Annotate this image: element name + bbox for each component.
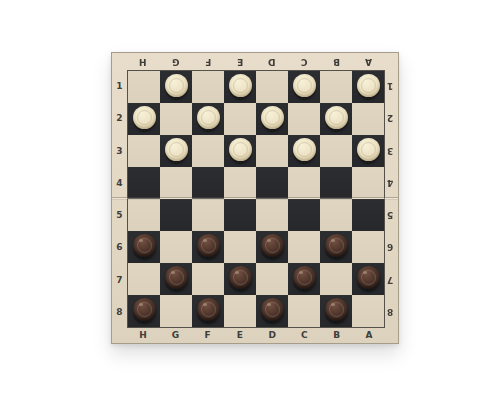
dark-checker-B8[interactable]	[325, 298, 348, 321]
square-C7[interactable]	[288, 263, 320, 295]
rank-label-left-4: 4	[112, 167, 127, 199]
square-B4[interactable]	[320, 167, 352, 199]
square-H4[interactable]	[128, 167, 160, 199]
square-F7[interactable]	[192, 263, 224, 295]
square-H2[interactable]	[128, 103, 160, 135]
square-A6[interactable]	[352, 231, 384, 263]
white-checker-F2[interactable]	[197, 106, 220, 129]
square-C3[interactable]	[288, 135, 320, 167]
rank-label-right-6: 6	[383, 231, 398, 263]
file-label-bottom-G: G	[159, 326, 191, 343]
file-label-bottom-B: B	[321, 326, 353, 343]
square-D5[interactable]	[256, 199, 288, 231]
square-F5[interactable]	[192, 199, 224, 231]
square-E1[interactable]	[224, 71, 256, 103]
square-C5[interactable]	[288, 199, 320, 231]
file-label-top-A: A	[353, 53, 385, 70]
square-B6[interactable]	[320, 231, 352, 263]
white-checker-E3[interactable]	[229, 138, 252, 161]
white-checker-D2[interactable]	[261, 106, 284, 129]
file-label-top-G: G	[159, 53, 191, 70]
square-D4[interactable]	[256, 167, 288, 199]
square-F4[interactable]	[192, 167, 224, 199]
square-A7[interactable]	[352, 263, 384, 295]
white-checker-H2[interactable]	[133, 106, 156, 129]
square-E2[interactable]	[224, 103, 256, 135]
dark-checker-C7[interactable]	[293, 266, 316, 289]
square-E6[interactable]	[224, 231, 256, 263]
square-A3[interactable]	[352, 135, 384, 167]
file-label-top-C: C	[288, 53, 320, 70]
square-B8[interactable]	[320, 295, 352, 327]
file-label-top-F: F	[192, 53, 224, 70]
file-label-bottom-E: E	[224, 326, 256, 343]
square-G8[interactable]	[160, 295, 192, 327]
square-F8[interactable]	[192, 295, 224, 327]
file-label-top-H: H	[127, 53, 159, 70]
square-H8[interactable]	[128, 295, 160, 327]
square-D3[interactable]	[256, 135, 288, 167]
dark-checker-A7[interactable]	[357, 266, 380, 289]
rank-labels-left: 12345678	[112, 70, 127, 328]
file-label-bottom-H: H	[127, 326, 159, 343]
square-G5[interactable]	[160, 199, 192, 231]
rank-label-right-4: 4	[383, 167, 398, 199]
square-B3[interactable]	[320, 135, 352, 167]
rank-label-left-8: 8	[112, 296, 127, 328]
rank-label-left-6: 6	[112, 231, 127, 263]
square-E8[interactable]	[224, 295, 256, 327]
square-E5[interactable]	[224, 199, 256, 231]
white-checker-A3[interactable]	[357, 138, 380, 161]
rank-label-left-7: 7	[112, 264, 127, 296]
rank-label-right-2: 2	[383, 102, 398, 134]
photo-background: HGFEDCBA HGFEDCBA 12345678 12345678	[0, 0, 500, 400]
rank-label-right-5: 5	[383, 199, 398, 231]
square-F3[interactable]	[192, 135, 224, 167]
rank-label-right-8: 8	[383, 296, 398, 328]
square-F1[interactable]	[192, 71, 224, 103]
square-E7[interactable]	[224, 263, 256, 295]
white-checker-G1[interactable]	[165, 74, 188, 97]
square-A1[interactable]	[352, 71, 384, 103]
rank-label-left-5: 5	[112, 199, 127, 231]
play-area	[127, 70, 385, 328]
dark-checker-D6[interactable]	[261, 234, 284, 257]
square-C1[interactable]	[288, 71, 320, 103]
dark-checker-H6[interactable]	[133, 234, 156, 257]
file-labels-top: HGFEDCBA	[127, 53, 385, 70]
file-label-bottom-A: A	[353, 326, 385, 343]
square-D7[interactable]	[256, 263, 288, 295]
file-label-top-B: B	[321, 53, 353, 70]
rank-label-left-2: 2	[112, 102, 127, 134]
dark-checker-F8[interactable]	[197, 298, 220, 321]
square-G2[interactable]	[160, 103, 192, 135]
square-C4[interactable]	[288, 167, 320, 199]
square-H3[interactable]	[128, 135, 160, 167]
white-checker-C1[interactable]	[293, 74, 316, 97]
dark-checker-F6[interactable]	[197, 234, 220, 257]
rank-labels-right: 12345678	[383, 70, 398, 328]
dark-checker-B6[interactable]	[325, 234, 348, 257]
square-H6[interactable]	[128, 231, 160, 263]
square-H1[interactable]	[128, 71, 160, 103]
file-label-bottom-C: C	[288, 326, 320, 343]
square-B2[interactable]	[320, 103, 352, 135]
white-checker-C3[interactable]	[293, 138, 316, 161]
white-checker-G3[interactable]	[165, 138, 188, 161]
square-A8[interactable]	[352, 295, 384, 327]
white-checker-A1[interactable]	[357, 74, 380, 97]
square-D2[interactable]	[256, 103, 288, 135]
square-G7[interactable]	[160, 263, 192, 295]
square-C6[interactable]	[288, 231, 320, 263]
square-F2[interactable]	[192, 103, 224, 135]
square-H7[interactable]	[128, 263, 160, 295]
square-B5[interactable]	[320, 199, 352, 231]
square-B7[interactable]	[320, 263, 352, 295]
rank-label-right-1: 1	[383, 70, 398, 102]
dark-checker-D8[interactable]	[261, 298, 284, 321]
square-G4[interactable]	[160, 167, 192, 199]
file-label-bottom-F: F	[192, 326, 224, 343]
square-C2[interactable]	[288, 103, 320, 135]
checkers-board: HGFEDCBA HGFEDCBA 12345678 12345678	[111, 52, 399, 344]
square-A4[interactable]	[352, 167, 384, 199]
square-F6[interactable]	[192, 231, 224, 263]
square-G6[interactable]	[160, 231, 192, 263]
file-label-bottom-D: D	[256, 326, 288, 343]
square-D8[interactable]	[256, 295, 288, 327]
rank-label-right-3: 3	[383, 135, 398, 167]
dark-checker-H8[interactable]	[133, 298, 156, 321]
square-D1[interactable]	[256, 71, 288, 103]
file-label-top-E: E	[224, 53, 256, 70]
dark-checker-G7[interactable]	[165, 266, 188, 289]
square-C8[interactable]	[288, 295, 320, 327]
dark-checker-E7[interactable]	[229, 266, 252, 289]
square-E3[interactable]	[224, 135, 256, 167]
square-A5[interactable]	[352, 199, 384, 231]
white-checker-B2[interactable]	[325, 106, 348, 129]
file-labels-bottom: HGFEDCBA	[127, 326, 385, 343]
square-B1[interactable]	[320, 71, 352, 103]
square-G3[interactable]	[160, 135, 192, 167]
square-E4[interactable]	[224, 167, 256, 199]
square-H5[interactable]	[128, 199, 160, 231]
square-A2[interactable]	[352, 103, 384, 135]
file-label-top-D: D	[256, 53, 288, 70]
rank-label-left-1: 1	[112, 70, 127, 102]
square-D6[interactable]	[256, 231, 288, 263]
square-G1[interactable]	[160, 71, 192, 103]
rank-label-right-7: 7	[383, 264, 398, 296]
rank-label-left-3: 3	[112, 135, 127, 167]
white-checker-E1[interactable]	[229, 74, 252, 97]
